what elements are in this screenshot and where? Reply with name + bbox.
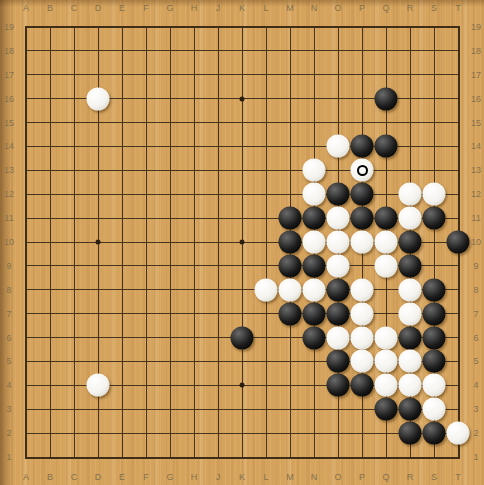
stone-black-S2[interactable] (423, 422, 446, 445)
stone-black-T10[interactable] (447, 231, 470, 254)
coord-label-left-1: 1 (6, 453, 11, 462)
coord-label-right-9: 9 (473, 261, 478, 270)
stone-black-R9[interactable] (399, 254, 422, 277)
stone-black-M9[interactable] (279, 254, 302, 277)
stone-white-O6[interactable] (327, 326, 350, 349)
coord-label-right-8: 8 (473, 285, 478, 294)
stone-white-R4[interactable] (399, 374, 422, 397)
coord-label-left-4: 4 (6, 381, 11, 390)
stone-black-P4[interactable] (351, 374, 374, 397)
stone-black-P12[interactable] (351, 183, 374, 206)
stone-white-P5[interactable] (351, 350, 374, 373)
stone-black-R2[interactable] (399, 422, 422, 445)
coord-label-right-19: 19 (471, 23, 481, 32)
coord-label-top-C: C (71, 4, 78, 13)
coord-label-left-17: 17 (4, 70, 14, 79)
stone-white-Q6[interactable] (375, 326, 398, 349)
coord-label-right-12: 12 (471, 190, 481, 199)
coord-label-bottom-G: G (166, 473, 173, 482)
coord-label-top-J: J (216, 4, 221, 13)
stone-white-O9[interactable] (327, 254, 350, 277)
coord-label-left-6: 6 (6, 333, 11, 342)
coord-label-top-P: P (359, 4, 365, 13)
coord-label-left-11: 11 (4, 214, 13, 223)
coord-label-top-Q: Q (382, 4, 389, 13)
stone-white-P6[interactable] (351, 326, 374, 349)
coord-label-right-4: 4 (473, 381, 478, 390)
go-board[interactable]: AABBCCDDEEFFGGHHJJKKLLMMNNOOPPQQRRSSTT19… (0, 0, 484, 485)
stone-white-L8[interactable] (255, 278, 278, 301)
coord-label-bottom-K: K (239, 473, 245, 482)
stone-white-R11[interactable] (399, 207, 422, 230)
stone-white-R12[interactable] (399, 183, 422, 206)
stone-black-Q3[interactable] (375, 398, 398, 421)
stone-white-R5[interactable] (399, 350, 422, 373)
coord-label-bottom-N: N (311, 473, 318, 482)
coord-label-right-6: 6 (473, 333, 478, 342)
coord-label-top-L: L (263, 4, 268, 13)
coord-label-top-T: T (455, 4, 461, 13)
coord-label-left-7: 7 (6, 309, 11, 318)
coord-label-bottom-R: R (407, 473, 414, 482)
stone-black-R10[interactable] (399, 231, 422, 254)
stone-black-N7[interactable] (303, 302, 326, 325)
stone-black-M10[interactable] (279, 231, 302, 254)
coord-label-top-E: E (119, 4, 125, 13)
stone-black-Q16[interactable] (375, 87, 398, 110)
stone-black-S8[interactable] (423, 278, 446, 301)
coord-label-right-15: 15 (471, 118, 481, 127)
coord-label-right-13: 13 (471, 166, 481, 175)
stone-black-O4[interactable] (327, 374, 350, 397)
stone-white-T2[interactable] (447, 422, 470, 445)
coord-label-top-R: R (407, 4, 414, 13)
coord-label-bottom-D: D (95, 473, 102, 482)
stone-black-R6[interactable] (399, 326, 422, 349)
stone-white-N12[interactable] (303, 183, 326, 206)
stone-white-Q5[interactable] (375, 350, 398, 373)
coord-label-bottom-F: F (143, 473, 149, 482)
stone-white-N10[interactable] (303, 231, 326, 254)
stone-white-R8[interactable] (399, 278, 422, 301)
coord-label-left-3: 3 (6, 405, 11, 414)
stone-white-N13[interactable] (303, 159, 326, 182)
coord-label-top-M: M (286, 4, 294, 13)
stone-white-O10[interactable] (327, 231, 350, 254)
star-point-K4 (240, 383, 245, 388)
stone-black-P11[interactable] (351, 207, 374, 230)
star-point-K16 (240, 96, 245, 101)
stone-black-R3[interactable] (399, 398, 422, 421)
coord-label-left-14: 14 (4, 142, 14, 151)
stone-white-D16[interactable] (87, 87, 110, 110)
coord-label-right-18: 18 (471, 46, 481, 55)
stone-white-M8[interactable] (279, 278, 302, 301)
coord-label-left-5: 5 (6, 357, 11, 366)
stone-white-O14[interactable] (327, 135, 350, 158)
coord-label-left-18: 18 (4, 46, 14, 55)
stone-black-N11[interactable] (303, 207, 326, 230)
stone-white-S3[interactable] (423, 398, 446, 421)
stone-white-D4[interactable] (87, 374, 110, 397)
coord-label-right-2: 2 (473, 429, 478, 438)
coord-label-bottom-A: A (23, 473, 29, 482)
coord-label-top-O: O (334, 4, 341, 13)
coord-label-top-N: N (311, 4, 318, 13)
coord-label-bottom-H: H (191, 473, 198, 482)
coord-label-bottom-S: S (431, 473, 437, 482)
stone-white-P8[interactable] (351, 278, 374, 301)
stone-black-P14[interactable] (351, 135, 374, 158)
stone-white-O11[interactable] (327, 207, 350, 230)
stone-white-R7[interactable] (399, 302, 422, 325)
coord-label-left-12: 12 (4, 190, 14, 199)
stone-black-S11[interactable] (423, 207, 446, 230)
coord-label-top-A: A (23, 4, 29, 13)
stone-white-Q4[interactable] (375, 374, 398, 397)
stone-black-M7[interactable] (279, 302, 302, 325)
coord-label-right-10: 10 (471, 238, 481, 247)
star-point-K10 (240, 240, 245, 245)
coord-label-bottom-P: P (359, 473, 365, 482)
coord-label-bottom-J: J (216, 473, 221, 482)
stone-white-S12[interactable] (423, 183, 446, 206)
coord-label-bottom-Q: Q (382, 473, 389, 482)
coord-label-left-19: 19 (4, 23, 14, 32)
stone-white-Q9[interactable] (375, 254, 398, 277)
coord-label-right-7: 7 (473, 309, 478, 318)
stone-black-K6[interactable] (231, 326, 254, 349)
coord-label-right-5: 5 (473, 357, 478, 366)
coord-label-bottom-O: O (334, 473, 341, 482)
coord-label-bottom-B: B (47, 473, 53, 482)
stone-black-O5[interactable] (327, 350, 350, 373)
coord-label-left-2: 2 (6, 429, 11, 438)
coord-label-left-13: 13 (4, 166, 14, 175)
stone-white-S4[interactable] (423, 374, 446, 397)
stone-black-O8[interactable] (327, 278, 350, 301)
stone-white-P7[interactable] (351, 302, 374, 325)
coord-label-top-S: S (431, 4, 437, 13)
coord-label-right-17: 17 (471, 70, 481, 79)
coord-label-left-9: 9 (6, 261, 11, 270)
coord-label-right-16: 16 (471, 94, 481, 103)
coord-label-right-11: 11 (471, 214, 480, 223)
coord-label-top-H: H (191, 4, 198, 13)
stone-black-N9[interactable] (303, 254, 326, 277)
coord-label-left-15: 15 (4, 118, 14, 127)
coord-label-left-16: 16 (4, 94, 14, 103)
last-move-marker (357, 165, 368, 176)
stone-white-Q10[interactable] (375, 231, 398, 254)
coord-label-top-F: F (143, 4, 149, 13)
stone-white-P13[interactable] (351, 159, 374, 182)
star-point-D10 (96, 240, 101, 245)
stone-black-S6[interactable] (423, 326, 446, 349)
coord-label-top-B: B (47, 4, 53, 13)
stone-black-S5[interactable] (423, 350, 446, 373)
stone-black-Q14[interactable] (375, 135, 398, 158)
coord-label-bottom-M: M (286, 473, 294, 482)
stone-black-O7[interactable] (327, 302, 350, 325)
coord-label-top-K: K (239, 4, 245, 13)
coord-label-bottom-C: C (71, 473, 78, 482)
stone-white-P10[interactable] (351, 231, 374, 254)
stone-white-N8[interactable] (303, 278, 326, 301)
coord-label-bottom-T: T (455, 473, 461, 482)
stone-black-M11[interactable] (279, 207, 302, 230)
coord-label-bottom-L: L (263, 473, 268, 482)
coord-label-top-G: G (166, 4, 173, 13)
stone-black-O12[interactable] (327, 183, 350, 206)
coord-label-right-1: 1 (473, 453, 478, 462)
coord-label-left-8: 8 (6, 285, 11, 294)
stone-black-Q11[interactable] (375, 207, 398, 230)
coord-label-bottom-E: E (119, 473, 125, 482)
coord-label-right-3: 3 (473, 405, 478, 414)
coord-label-top-D: D (95, 4, 102, 13)
coord-label-left-10: 10 (4, 238, 14, 247)
stone-black-S7[interactable] (423, 302, 446, 325)
stone-black-N6[interactable] (303, 326, 326, 349)
coord-label-right-14: 14 (471, 142, 481, 151)
